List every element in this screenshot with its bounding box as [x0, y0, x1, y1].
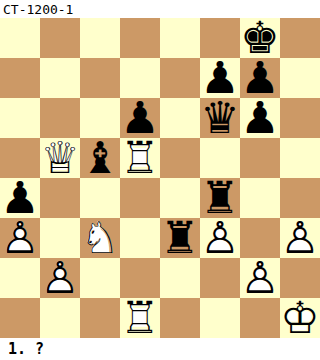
- square-a4[interactable]: ♟: [0, 178, 40, 218]
- move-prompt: 1. ?: [0, 340, 44, 358]
- white-pawn-piece: ♟♙: [240, 258, 280, 298]
- square-b6[interactable]: [40, 98, 80, 138]
- square-a8[interactable]: [0, 18, 40, 58]
- square-e1[interactable]: [160, 298, 200, 338]
- square-g6[interactable]: ♟: [240, 98, 280, 138]
- square-g8[interactable]: ♚: [240, 18, 280, 58]
- square-c8[interactable]: [80, 18, 120, 58]
- square-a5[interactable]: [0, 138, 40, 178]
- square-a2[interactable]: [0, 258, 40, 298]
- square-b1[interactable]: [40, 298, 80, 338]
- square-g7[interactable]: ♟: [240, 58, 280, 98]
- square-h4[interactable]: [280, 178, 320, 218]
- square-g5[interactable]: [240, 138, 280, 178]
- white-pawn-piece: ♟♙: [40, 258, 80, 298]
- white-pawn-piece: ♟♙: [280, 218, 320, 258]
- square-d4[interactable]: [120, 178, 160, 218]
- white-queen-piece: ♛♕: [40, 138, 80, 178]
- square-d7[interactable]: [120, 58, 160, 98]
- title-bar: CT-1200-1: [0, 0, 320, 18]
- square-d6[interactable]: ♟: [120, 98, 160, 138]
- black-pawn-piece: ♟: [240, 98, 280, 138]
- square-d3[interactable]: [120, 218, 160, 258]
- square-h7[interactable]: [280, 58, 320, 98]
- status-bar: 1. ?: [0, 338, 320, 360]
- white-knight-piece: ♞♘: [80, 218, 120, 258]
- square-f5[interactable]: [200, 138, 240, 178]
- black-rook-piece: ♜: [200, 178, 240, 218]
- black-bishop-piece: ♝: [80, 138, 120, 178]
- square-c2[interactable]: [80, 258, 120, 298]
- black-pawn-piece: ♟: [240, 58, 280, 98]
- white-pawn-piece: ♟♙: [200, 218, 240, 258]
- square-d8[interactable]: [120, 18, 160, 58]
- black-queen-piece: ♛: [200, 98, 240, 138]
- square-f7[interactable]: ♟: [200, 58, 240, 98]
- square-h6[interactable]: [280, 98, 320, 138]
- square-e2[interactable]: [160, 258, 200, 298]
- square-g4[interactable]: [240, 178, 280, 218]
- square-a7[interactable]: [0, 58, 40, 98]
- square-h8[interactable]: [280, 18, 320, 58]
- square-c7[interactable]: [80, 58, 120, 98]
- square-a1[interactable]: [0, 298, 40, 338]
- white-rook-piece: ♜♖: [120, 138, 160, 178]
- square-d1[interactable]: ♜♖: [120, 298, 160, 338]
- chess-board: ♚♟♟♟♛♟♛♕♝♜♖♟♜♟♙♞♘♜♟♙♟♙♟♙♟♙♜♖♚♔: [0, 18, 320, 338]
- square-c1[interactable]: [80, 298, 120, 338]
- black-pawn-piece: ♟: [0, 178, 40, 218]
- square-b8[interactable]: [40, 18, 80, 58]
- square-e6[interactable]: [160, 98, 200, 138]
- square-e4[interactable]: [160, 178, 200, 218]
- square-f1[interactable]: [200, 298, 240, 338]
- black-pawn-piece: ♟: [200, 58, 240, 98]
- square-c4[interactable]: [80, 178, 120, 218]
- square-a6[interactable]: [0, 98, 40, 138]
- square-c3[interactable]: ♞♘: [80, 218, 120, 258]
- square-b3[interactable]: [40, 218, 80, 258]
- square-e7[interactable]: [160, 58, 200, 98]
- white-king-piece: ♚♔: [280, 298, 320, 338]
- square-g3[interactable]: [240, 218, 280, 258]
- square-e5[interactable]: [160, 138, 200, 178]
- square-a3[interactable]: ♟♙: [0, 218, 40, 258]
- square-g1[interactable]: [240, 298, 280, 338]
- square-h5[interactable]: [280, 138, 320, 178]
- square-h1[interactable]: ♚♔: [280, 298, 320, 338]
- square-g2[interactable]: ♟♙: [240, 258, 280, 298]
- black-rook-piece: ♜: [160, 218, 200, 258]
- square-d5[interactable]: ♜♖: [120, 138, 160, 178]
- square-b2[interactable]: ♟♙: [40, 258, 80, 298]
- square-f8[interactable]: [200, 18, 240, 58]
- square-d2[interactable]: [120, 258, 160, 298]
- square-e8[interactable]: [160, 18, 200, 58]
- square-f3[interactable]: ♟♙: [200, 218, 240, 258]
- square-h3[interactable]: ♟♙: [280, 218, 320, 258]
- square-b4[interactable]: [40, 178, 80, 218]
- white-rook-piece: ♜♖: [120, 298, 160, 338]
- square-f6[interactable]: ♛: [200, 98, 240, 138]
- black-king-piece: ♚: [240, 18, 280, 58]
- square-h2[interactable]: [280, 258, 320, 298]
- square-b7[interactable]: [40, 58, 80, 98]
- puzzle-title: CT-1200-1: [0, 2, 73, 17]
- square-c5[interactable]: ♝: [80, 138, 120, 178]
- square-c6[interactable]: [80, 98, 120, 138]
- square-e3[interactable]: ♜: [160, 218, 200, 258]
- black-pawn-piece: ♟: [120, 98, 160, 138]
- square-f2[interactable]: [200, 258, 240, 298]
- white-pawn-piece: ♟♙: [0, 218, 40, 258]
- square-b5[interactable]: ♛♕: [40, 138, 80, 178]
- square-f4[interactable]: ♜: [200, 178, 240, 218]
